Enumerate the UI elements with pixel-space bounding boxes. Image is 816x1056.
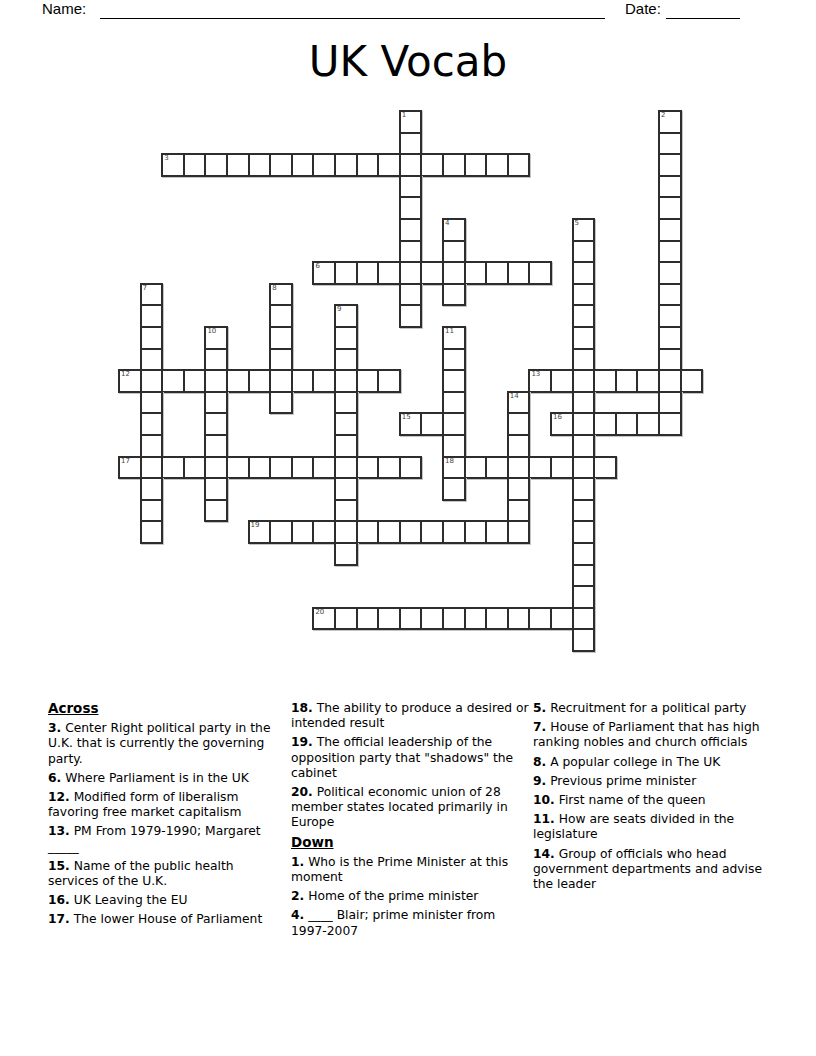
grid-cell[interactable] — [140, 391, 164, 415]
grid-cell[interactable]: 12 — [118, 369, 142, 393]
grid-cell[interactable]: 6 — [312, 261, 336, 285]
grid-cell[interactable] — [485, 607, 509, 631]
grid-cell[interactable] — [658, 132, 682, 156]
grid-cell[interactable] — [615, 412, 639, 436]
grid-cell[interactable]: 14 — [507, 391, 531, 415]
grid-cell[interactable] — [334, 369, 358, 393]
clue-item: 14. Group of officials who head governme… — [533, 847, 771, 893]
grid-cell[interactable] — [464, 520, 488, 544]
clue-item-number: 6. — [48, 771, 61, 785]
clue-item-number: 14. — [533, 847, 555, 861]
clue-item: 4. ____ Blair; prime minister from 1997-… — [291, 908, 529, 938]
cell-clue-number: 4 — [445, 219, 449, 228]
clue-item: 10. First name of the queen — [533, 793, 771, 808]
grid-cell[interactable] — [204, 153, 228, 177]
grid-cell[interactable] — [377, 456, 401, 480]
grid-cell[interactable] — [399, 132, 423, 156]
clue-item-number: 7. — [533, 720, 546, 734]
grid-cell[interactable] — [226, 153, 250, 177]
grid-cell[interactable] — [269, 326, 293, 350]
grid-cell[interactable] — [572, 326, 596, 350]
grid-cell[interactable] — [442, 391, 466, 415]
grid-cell[interactable] — [183, 369, 207, 393]
clue-column-2: 18. The ability to produce a desired or … — [291, 701, 529, 943]
grid-cell[interactable] — [204, 499, 228, 523]
grid-cell[interactable]: 15 — [399, 412, 423, 436]
grid-cell[interactable] — [377, 607, 401, 631]
grid-cell[interactable] — [161, 369, 185, 393]
clue-item: 11. How are seats divided in the legisla… — [533, 812, 771, 842]
clue-item-number: 1. — [291, 855, 304, 869]
cell-clue-number: 15 — [402, 413, 411, 422]
grid-cell[interactable] — [485, 456, 509, 480]
grid-cell[interactable] — [377, 520, 401, 544]
grid-cell[interactable] — [334, 391, 358, 415]
grid-cell[interactable] — [442, 434, 466, 458]
grid-cell[interactable] — [572, 261, 596, 285]
grid-cell[interactable] — [377, 369, 401, 393]
grid-cell[interactable] — [377, 153, 401, 177]
grid-cell[interactable] — [442, 607, 466, 631]
grid-cell[interactable]: 16 — [550, 412, 574, 436]
clue-item-number: 15. — [48, 859, 70, 873]
grid-cell[interactable] — [183, 153, 207, 177]
grid-cell[interactable] — [269, 304, 293, 328]
grid-cell[interactable] — [399, 283, 423, 307]
cell-clue-number: 12 — [121, 370, 130, 379]
clue-heading-down: Down — [291, 835, 529, 850]
cell-clue-number: 11 — [445, 327, 454, 336]
grid-cell[interactable] — [291, 153, 315, 177]
grid-cell[interactable] — [658, 369, 682, 393]
grid-cell[interactable] — [356, 607, 380, 631]
grid-cell[interactable] — [356, 261, 380, 285]
grid-cell[interactable] — [658, 348, 682, 372]
grid-cell[interactable] — [140, 499, 164, 523]
grid-cell[interactable]: 2 — [658, 110, 682, 134]
grid-cell[interactable] — [399, 520, 423, 544]
crossword-grid: 1234567891011121314151617181920 — [0, 0, 816, 660]
cell-clue-number: 8 — [272, 284, 276, 293]
grid-cell[interactable] — [442, 261, 466, 285]
clue-heading-across: Across — [48, 701, 286, 716]
grid-cell[interactable] — [680, 369, 704, 393]
grid-cell[interactable] — [572, 412, 596, 436]
grid-cell[interactable]: 5 — [572, 218, 596, 242]
cell-clue-number: 17 — [121, 457, 130, 466]
grid-cell[interactable] — [269, 456, 293, 480]
grid-cell[interactable] — [420, 153, 444, 177]
grid-cell[interactable] — [248, 456, 272, 480]
grid-cell[interactable] — [593, 456, 617, 480]
grid-cell[interactable] — [593, 412, 617, 436]
grid-cell[interactable] — [334, 261, 358, 285]
clue-item: 20. Political economic union of 28 membe… — [291, 785, 529, 831]
grid-cell[interactable] — [636, 412, 660, 436]
grid-cell[interactable] — [334, 412, 358, 436]
grid-cell[interactable] — [658, 326, 682, 350]
grid-cell[interactable] — [572, 628, 596, 652]
cell-clue-number: 2 — [661, 111, 665, 120]
grid-cell[interactable] — [140, 326, 164, 350]
grid-cell[interactable] — [464, 153, 488, 177]
grid-cell[interactable] — [442, 348, 466, 372]
clue-item: 3. Center Right political party in the U… — [48, 721, 286, 767]
grid-cell[interactable] — [269, 369, 293, 393]
grid-cell[interactable]: 10 — [204, 326, 228, 350]
clue-item-number: 20. — [291, 785, 313, 799]
grid-cell[interactable] — [464, 456, 488, 480]
grid-cell[interactable] — [399, 304, 423, 328]
grid-cell[interactable] — [572, 607, 596, 631]
cell-clue-number: 13 — [531, 370, 540, 379]
grid-cell[interactable] — [636, 369, 660, 393]
grid-cell[interactable] — [528, 456, 552, 480]
grid-cell[interactable]: 11 — [442, 326, 466, 350]
grid-cell[interactable] — [507, 477, 531, 501]
grid-cell[interactable] — [572, 283, 596, 307]
clue-item: 16. UK Leaving the EU — [48, 893, 286, 908]
grid-cell[interactable] — [485, 261, 509, 285]
grid-cell[interactable]: 7 — [140, 283, 164, 307]
grid-cell[interactable] — [550, 456, 574, 480]
grid-cell[interactable] — [334, 607, 358, 631]
grid-cell[interactable] — [204, 412, 228, 436]
grid-cell[interactable] — [658, 391, 682, 415]
clue-item: 7. House of Parliament that has high ran… — [533, 720, 771, 750]
grid-cell[interactable] — [204, 456, 228, 480]
grid-cell[interactable] — [183, 456, 207, 480]
grid-cell[interactable] — [291, 520, 315, 544]
grid-cell[interactable] — [204, 369, 228, 393]
grid-cell[interactable] — [399, 218, 423, 242]
clue-item-number: 18. — [291, 701, 313, 715]
grid-cell[interactable] — [312, 153, 336, 177]
grid-cell[interactable] — [356, 369, 380, 393]
grid-cell[interactable] — [658, 412, 682, 436]
grid-cell[interactable] — [356, 456, 380, 480]
clue-item-number: 16. — [48, 893, 70, 907]
grid-cell[interactable] — [442, 477, 466, 501]
grid-cell[interactable]: 4 — [442, 218, 466, 242]
grid-cell[interactable] — [442, 240, 466, 264]
grid-cell[interactable] — [204, 477, 228, 501]
grid-cell[interactable] — [269, 520, 293, 544]
cell-clue-number: 14 — [510, 392, 519, 401]
clue-item-number: 11. — [533, 812, 555, 826]
clue-item-number: 10. — [533, 793, 555, 807]
clue-item-number: 5. — [533, 701, 546, 715]
clue-item-number: 9. — [533, 774, 546, 788]
grid-cell[interactable] — [356, 153, 380, 177]
grid-cell[interactable] — [399, 196, 423, 220]
grid-cell[interactable] — [442, 153, 466, 177]
clue-item: 15. Name of the public health services o… — [48, 859, 286, 889]
grid-cell[interactable] — [658, 196, 682, 220]
grid-cell[interactable] — [334, 153, 358, 177]
cell-clue-number: 16 — [553, 413, 562, 422]
grid-cell[interactable] — [204, 348, 228, 372]
grid-cell[interactable] — [615, 369, 639, 393]
cell-clue-number: 20 — [315, 608, 324, 617]
clue-item: 18. The ability to produce a desired or … — [291, 701, 529, 731]
grid-cell[interactable] — [507, 499, 531, 523]
grid-cell[interactable] — [658, 240, 682, 264]
grid-cell[interactable] — [312, 456, 336, 480]
grid-cell[interactable] — [399, 456, 423, 480]
clue-item-number: 8. — [533, 755, 546, 769]
grid-cell[interactable] — [334, 542, 358, 566]
grid-cell[interactable] — [269, 348, 293, 372]
grid-cell[interactable] — [140, 304, 164, 328]
clue-item: 6. Where Parliament is in the UK — [48, 771, 286, 786]
grid-cell[interactable] — [507, 607, 531, 631]
grid-cell[interactable] — [399, 153, 423, 177]
clue-item: 1. Who is the Prime Minister at this mom… — [291, 855, 529, 885]
clue-item-number: 4. — [291, 908, 304, 922]
grid-cell[interactable] — [507, 412, 531, 436]
grid-cell[interactable] — [572, 369, 596, 393]
grid-cell[interactable] — [334, 456, 358, 480]
grid-cell[interactable] — [399, 175, 423, 199]
grid-cell[interactable]: 18 — [442, 456, 466, 480]
grid-cell[interactable]: 13 — [528, 369, 552, 393]
grid-cell[interactable] — [140, 434, 164, 458]
grid-cell[interactable] — [572, 477, 596, 501]
grid-cell[interactable] — [140, 369, 164, 393]
grid-cell[interactable] — [442, 412, 466, 436]
grid-cell[interactable] — [334, 520, 358, 544]
cell-clue-number: 3 — [164, 154, 168, 163]
grid-cell[interactable] — [140, 412, 164, 436]
grid-cell[interactable]: 3 — [161, 153, 185, 177]
clue-item: 19. The official leadership of the oppos… — [291, 735, 529, 781]
grid-cell[interactable] — [658, 261, 682, 285]
grid-cell[interactable] — [356, 520, 380, 544]
clue-item-number: 2. — [291, 889, 304, 903]
grid-cell[interactable] — [593, 369, 617, 393]
grid-cell[interactable]: 9 — [334, 304, 358, 328]
clue-item: 2. Home of the prime minister — [291, 889, 529, 904]
grid-cell[interactable] — [550, 607, 574, 631]
clue-column-3: 5. Recruitment for a political party7. H… — [533, 701, 771, 896]
grid-cell[interactable] — [204, 391, 228, 415]
grid-cell[interactable] — [572, 456, 596, 480]
grid-cell[interactable] — [442, 369, 466, 393]
grid-cell[interactable]: 8 — [269, 283, 293, 307]
grid-cell[interactable] — [399, 607, 423, 631]
grid-cell[interactable] — [572, 520, 596, 544]
grid-cell[interactable] — [572, 348, 596, 372]
clue-item: 9. Previous prime minister — [533, 774, 771, 789]
grid-cell[interactable] — [572, 564, 596, 588]
clue-item-number: 13. — [48, 824, 70, 838]
clue-column-1: Across3. Center Right political party in… — [48, 701, 286, 932]
grid-cell[interactable]: 19 — [248, 520, 272, 544]
grid-cell[interactable] — [550, 369, 574, 393]
grid-cell[interactable] — [528, 261, 552, 285]
grid-cell[interactable] — [140, 348, 164, 372]
cell-clue-number: 10 — [207, 327, 216, 336]
grid-cell[interactable] — [572, 585, 596, 609]
grid-cell[interactable] — [572, 542, 596, 566]
grid-cell[interactable] — [420, 607, 444, 631]
clue-item: 12. Modified form of liberalism favoring… — [48, 790, 286, 820]
grid-cell[interactable] — [658, 283, 682, 307]
grid-cell[interactable] — [442, 520, 466, 544]
grid-cell[interactable] — [161, 456, 185, 480]
cell-clue-number: 19 — [251, 521, 260, 530]
grid-cell[interactable] — [420, 520, 444, 544]
grid-cell[interactable] — [658, 218, 682, 242]
grid-cell[interactable] — [485, 153, 509, 177]
grid-cell[interactable]: 1 — [399, 110, 423, 134]
grid-cell[interactable] — [226, 456, 250, 480]
grid-cell[interactable] — [312, 520, 336, 544]
grid-cell[interactable] — [507, 456, 531, 480]
grid-cell[interactable] — [334, 434, 358, 458]
grid-cell[interactable] — [572, 240, 596, 264]
grid-cell[interactable] — [420, 261, 444, 285]
cell-clue-number: 1 — [402, 111, 406, 120]
clue-item-number: 3. — [48, 721, 61, 735]
clue-item: 8. A popular college in The UK — [533, 755, 771, 770]
cell-clue-number: 9 — [337, 305, 341, 314]
grid-cell[interactable]: 17 — [118, 456, 142, 480]
grid-cell[interactable] — [658, 304, 682, 328]
grid-cell[interactable] — [269, 391, 293, 415]
grid-cell[interactable] — [334, 326, 358, 350]
grid-cell[interactable] — [464, 261, 488, 285]
grid-cell[interactable] — [420, 412, 444, 436]
grid-cell[interactable] — [291, 456, 315, 480]
clue-item: 13. PM From 1979-1990; Margaret _____ — [48, 824, 286, 854]
grid-cell[interactable] — [464, 607, 488, 631]
grid-cell[interactable] — [507, 153, 531, 177]
grid-cell[interactable] — [312, 369, 336, 393]
grid-cell[interactable] — [572, 434, 596, 458]
grid-cell[interactable] — [399, 240, 423, 264]
grid-cell[interactable] — [658, 175, 682, 199]
grid-cell[interactable] — [334, 477, 358, 501]
clue-item: 5. Recruitment for a political party — [533, 701, 771, 716]
grid-cell[interactable] — [269, 153, 293, 177]
grid-cell[interactable] — [442, 283, 466, 307]
grid-cell[interactable] — [485, 520, 509, 544]
cell-clue-number: 18 — [445, 457, 454, 466]
grid-cell[interactable] — [507, 434, 531, 458]
clue-item-number: 17. — [48, 912, 70, 926]
grid-cell[interactable] — [140, 456, 164, 480]
grid-cell[interactable] — [658, 153, 682, 177]
grid-cell[interactable] — [248, 369, 272, 393]
grid-cell[interactable] — [399, 261, 423, 285]
grid-cell[interactable] — [140, 520, 164, 544]
grid-cell[interactable] — [572, 304, 596, 328]
grid-cell[interactable] — [248, 153, 272, 177]
grid-cell[interactable] — [334, 348, 358, 372]
grid-cell[interactable] — [204, 434, 228, 458]
grid-cell[interactable] — [572, 499, 596, 523]
grid-cell[interactable]: 20 — [312, 607, 336, 631]
grid-cell[interactable] — [572, 391, 596, 415]
grid-cell[interactable] — [334, 499, 358, 523]
grid-cell[interactable] — [226, 369, 250, 393]
cell-clue-number: 7 — [143, 284, 147, 293]
cell-clue-number: 5 — [575, 219, 579, 228]
grid-cell[interactable] — [140, 477, 164, 501]
cell-clue-number: 6 — [315, 262, 319, 271]
grid-cell[interactable] — [291, 369, 315, 393]
grid-cell[interactable] — [507, 261, 531, 285]
grid-cell[interactable] — [377, 261, 401, 285]
grid-cell[interactable] — [528, 607, 552, 631]
clue-item-number: 19. — [291, 735, 313, 749]
grid-cell[interactable] — [507, 520, 531, 544]
clue-item: 17. The lower House of Parliament — [48, 912, 286, 927]
clue-item-number: 12. — [48, 790, 70, 804]
